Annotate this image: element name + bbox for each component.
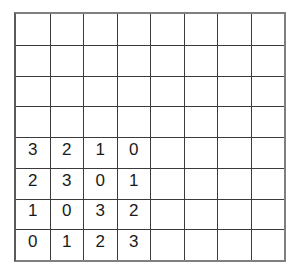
puzzle-grid: 3210230110320123: [14, 12, 286, 262]
grid-cell[interactable]: 1: [117, 168, 151, 199]
grid-cell[interactable]: [217, 229, 251, 260]
grid-cell[interactable]: [217, 106, 251, 137]
grid-cell[interactable]: [217, 137, 251, 168]
grid-cell[interactable]: [184, 106, 218, 137]
grid-cell[interactable]: [251, 106, 285, 137]
grid-cell[interactable]: [251, 45, 285, 76]
grid-cell[interactable]: [217, 168, 251, 199]
grid-cell[interactable]: 0: [83, 168, 117, 199]
grid-cell[interactable]: [83, 76, 117, 107]
grid-cell[interactable]: [117, 45, 151, 76]
grid-cell[interactable]: 3: [50, 168, 84, 199]
grid-cell[interactable]: [117, 106, 151, 137]
grid-cell[interactable]: [251, 14, 285, 45]
grid-cell[interactable]: [251, 229, 285, 260]
grid-cell[interactable]: [251, 168, 285, 199]
grid-cell[interactable]: [251, 137, 285, 168]
grid-cell[interactable]: 1: [16, 199, 50, 230]
grid-cell[interactable]: [184, 45, 218, 76]
grid-cell[interactable]: [184, 229, 218, 260]
grid-cell[interactable]: [16, 76, 50, 107]
grid-cell[interactable]: [50, 76, 84, 107]
grid-cell[interactable]: 0: [50, 199, 84, 230]
grid-cell[interactable]: 1: [83, 137, 117, 168]
grid-cell[interactable]: [16, 45, 50, 76]
grid-cell[interactable]: [217, 199, 251, 230]
grid-cell[interactable]: [251, 76, 285, 107]
grid-cell[interactable]: 0: [16, 229, 50, 260]
grid-cell[interactable]: 3: [83, 199, 117, 230]
grid-cell[interactable]: [150, 76, 184, 107]
grid-cell[interactable]: [184, 199, 218, 230]
grid-cell[interactable]: [251, 199, 285, 230]
grid-cell[interactable]: [184, 168, 218, 199]
grid-cell[interactable]: 1: [50, 229, 84, 260]
grid-cell[interactable]: 2: [117, 199, 151, 230]
grid-cell[interactable]: [117, 14, 151, 45]
grid-cell[interactable]: [16, 106, 50, 137]
grid-cell[interactable]: [150, 199, 184, 230]
grid-cell[interactable]: [150, 168, 184, 199]
grid-cell[interactable]: [83, 106, 117, 137]
grid-cell[interactable]: [83, 45, 117, 76]
grid-cell[interactable]: [217, 45, 251, 76]
grid-cell[interactable]: [50, 106, 84, 137]
grid-cell[interactable]: [150, 45, 184, 76]
grid-cell[interactable]: [150, 137, 184, 168]
grid-cell[interactable]: [217, 76, 251, 107]
grid-cell[interactable]: [50, 45, 84, 76]
grid-cell[interactable]: 3: [16, 137, 50, 168]
grid-cell[interactable]: [117, 76, 151, 107]
grid-cell[interactable]: [150, 229, 184, 260]
grid-cell[interactable]: 3: [117, 229, 151, 260]
grid-cell[interactable]: [50, 14, 84, 45]
grid-cell[interactable]: [184, 14, 218, 45]
grid-cell[interactable]: [150, 106, 184, 137]
grid-cell[interactable]: [83, 14, 117, 45]
grid-cell[interactable]: [16, 14, 50, 45]
grid-cell[interactable]: 2: [50, 137, 84, 168]
grid-cell[interactable]: [184, 137, 218, 168]
grid-cell[interactable]: [184, 76, 218, 107]
grid-cell[interactable]: 2: [83, 229, 117, 260]
page: 3210230110320123: [0, 0, 302, 274]
grid-cell[interactable]: [217, 14, 251, 45]
grid-cell[interactable]: 2: [16, 168, 50, 199]
grid-cell[interactable]: [150, 14, 184, 45]
grid-cell[interactable]: 0: [117, 137, 151, 168]
